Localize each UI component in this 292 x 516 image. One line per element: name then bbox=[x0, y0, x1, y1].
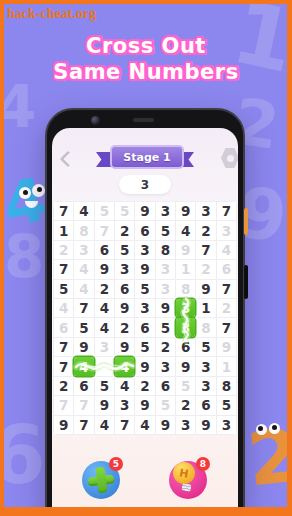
number-grid-wrap: 7455939371872654232365389747493931265426… bbox=[53, 201, 237, 435]
grid-cell[interactable]: 3 bbox=[156, 260, 175, 278]
earpiece-speaker bbox=[133, 118, 154, 122]
grid-cell[interactable]: 9 bbox=[196, 416, 215, 434]
grid-cell[interactable]: 7 bbox=[74, 396, 93, 414]
grid-cell[interactable]: 9 bbox=[135, 357, 154, 375]
grid-cell[interactable]: 3 bbox=[196, 202, 215, 220]
grid-cell[interactable]: 5 bbox=[115, 241, 134, 259]
grid-cell[interactable]: 7 bbox=[115, 416, 134, 434]
grid-cell[interactable]: 3 bbox=[115, 396, 134, 414]
grid-cell[interactable]: 9 bbox=[135, 396, 154, 414]
grid-cell[interactable]: 3 bbox=[74, 241, 93, 259]
grid-cell[interactable]: 4 bbox=[95, 299, 114, 317]
eye-icon bbox=[32, 184, 45, 197]
grid-cell[interactable]: 3 bbox=[217, 221, 236, 239]
grid-cell[interactable]: 4 bbox=[135, 416, 154, 434]
lightbulb-base bbox=[181, 483, 191, 491]
grid-cell[interactable]: 5 bbox=[74, 318, 93, 336]
grid-cell[interactable]: 7 bbox=[54, 202, 73, 220]
front-camera-icon bbox=[91, 116, 100, 125]
grid-cell[interactable]: 2 bbox=[115, 318, 134, 336]
phone-mockup: Stage 1 3 745593937187265423236538974749… bbox=[45, 108, 245, 516]
grid-cell[interactable]: 3 bbox=[95, 338, 114, 356]
grid-cell[interactable]: 9 bbox=[95, 396, 114, 414]
grid-cell[interactable]: 2 bbox=[156, 338, 175, 356]
grid-cell[interactable]: 3 bbox=[156, 202, 175, 220]
grid-cell[interactable]: 4 bbox=[74, 280, 93, 298]
background-numeral: 4 bbox=[0, 78, 36, 136]
grid-cell[interactable]: 5 bbox=[135, 338, 154, 356]
stage-label: Stage 1 bbox=[110, 145, 184, 169]
grid-cell[interactable]: 9 bbox=[217, 338, 236, 356]
grid-cell[interactable]: 6 bbox=[176, 338, 195, 356]
grid-cell[interactable]: 5 bbox=[54, 280, 73, 298]
game-screen: Stage 1 3 745593937187265423236538974749… bbox=[52, 128, 238, 516]
blue-four-character: 4 bbox=[4, 170, 48, 266]
grid-cell[interactable]: 1 bbox=[196, 299, 215, 317]
grid-cell[interactable]: 4 bbox=[115, 377, 134, 395]
grid-cell[interactable] bbox=[95, 357, 114, 375]
watermark-hack-cheat-org: hack-cheat.org bbox=[7, 6, 96, 22]
grid-cell[interactable]: 9 bbox=[156, 299, 175, 317]
grid-cell[interactable]: 7 bbox=[74, 416, 93, 434]
grid-cell[interactable]: 5 bbox=[95, 202, 114, 220]
grid-cell[interactable]: 8 bbox=[176, 280, 195, 298]
grid-cell[interactable]: 3 bbox=[217, 416, 236, 434]
grid-cell[interactable]: 6 bbox=[156, 377, 175, 395]
grid-cell[interactable]: 7 bbox=[217, 318, 236, 336]
grid-cell[interactable]: 6 bbox=[135, 221, 154, 239]
grid-cell[interactable]: 3 bbox=[176, 299, 195, 317]
app-root: 142896 hack-cheat.org Cross Out Same Num… bbox=[0, 0, 292, 516]
grid-cell[interactable]: 3 bbox=[176, 318, 195, 336]
grid-cell[interactable]: 2 bbox=[196, 260, 215, 278]
grid-cell[interactable]: 8 bbox=[156, 241, 175, 259]
grid-cell[interactable]: 5 bbox=[176, 377, 195, 395]
eye-icon bbox=[269, 423, 280, 434]
hint-count-badge: 8 bbox=[196, 457, 210, 471]
grid-cell[interactable]: 5 bbox=[156, 221, 175, 239]
grid-cell[interactable]: 7 bbox=[54, 396, 73, 414]
power-button bbox=[244, 208, 248, 235]
eye-icon bbox=[256, 424, 267, 435]
grid-cell[interactable]: 2 bbox=[217, 299, 236, 317]
grid-cell[interactable]: 4 bbox=[95, 416, 114, 434]
background-numeral: 6 bbox=[0, 416, 46, 496]
grid-cell[interactable]: 3 bbox=[196, 377, 215, 395]
grid-cell[interactable]: 3 bbox=[115, 260, 134, 278]
grid-cell[interactable]: 9 bbox=[115, 299, 134, 317]
grid-cell[interactable]: 2 bbox=[135, 377, 154, 395]
grid-cell[interactable]: 3 bbox=[196, 357, 215, 375]
grid-cell[interactable]: 4 bbox=[115, 357, 134, 375]
orange-two-character: 2 bbox=[246, 416, 292, 516]
grid-cell[interactable]: 7 bbox=[196, 241, 215, 259]
grid-cell[interactable]: 2 bbox=[115, 221, 134, 239]
grid-cell[interactable]: 6 bbox=[135, 318, 154, 336]
volume-button bbox=[244, 265, 248, 299]
grid-cell[interactable]: 5 bbox=[135, 280, 154, 298]
grid-cell[interactable]: 7 bbox=[54, 260, 73, 278]
title-line-1: Cross Out bbox=[0, 33, 292, 59]
grid-cell[interactable]: 9 bbox=[196, 280, 215, 298]
grid-cell[interactable]: 8 bbox=[196, 318, 215, 336]
add-count-badge: 5 bbox=[109, 457, 123, 471]
grid-cell[interactable]: 1 bbox=[54, 221, 73, 239]
grid-cell[interactable]: 9 bbox=[95, 260, 114, 278]
grid-cell[interactable]: 3 bbox=[135, 299, 154, 317]
grid-cell[interactable]: 7 bbox=[95, 221, 114, 239]
grid-cell[interactable]: 5 bbox=[156, 318, 175, 336]
grid-cell[interactable]: 2 bbox=[176, 396, 195, 414]
grid-cell[interactable]: 4 bbox=[95, 318, 114, 336]
grid-cell[interactable]: 9 bbox=[176, 357, 195, 375]
grid-cell[interactable]: 7 bbox=[54, 338, 73, 356]
grid-cell[interactable]: 9 bbox=[115, 338, 134, 356]
grid-cell[interactable]: 6 bbox=[54, 318, 73, 336]
grid-cell[interactable]: 2 bbox=[54, 377, 73, 395]
grid-cell[interactable]: 4 bbox=[54, 299, 73, 317]
grid-cell[interactable]: 7 bbox=[54, 357, 73, 375]
grid-cell[interactable]: 1 bbox=[217, 357, 236, 375]
grid-cell[interactable]: 6 bbox=[217, 260, 236, 278]
grid-cell[interactable]: 5 bbox=[196, 338, 215, 356]
grid-cell[interactable]: 5 bbox=[95, 377, 114, 395]
grid-cell[interactable]: 6 bbox=[115, 280, 134, 298]
grid-cell[interactable]: 9 bbox=[156, 416, 175, 434]
grid-cell[interactable]: 4 bbox=[176, 221, 195, 239]
hint-button[interactable]: H 8 bbox=[169, 461, 207, 499]
grid-cell[interactable]: 3 bbox=[135, 241, 154, 259]
grid-cell[interactable]: 9 bbox=[176, 241, 195, 259]
page-title: Cross Out Same Numbers bbox=[0, 33, 292, 85]
grid-cell[interactable]: 4 bbox=[74, 357, 93, 375]
grid-cell[interactable]: 9 bbox=[54, 416, 73, 434]
grid-cell[interactable]: 9 bbox=[74, 338, 93, 356]
grid-cell[interactable]: 6 bbox=[196, 396, 215, 414]
grid-cell[interactable]: 9 bbox=[176, 202, 195, 220]
grid-cell[interactable]: 7 bbox=[74, 299, 93, 317]
title-line-2: Same Numbers bbox=[0, 59, 292, 85]
gear-hole bbox=[227, 155, 234, 162]
stage-banner: Stage 1 bbox=[52, 143, 238, 173]
target-count-pill: 3 bbox=[119, 175, 171, 194]
grid-cell[interactable]: 7 bbox=[217, 280, 236, 298]
eye-icon bbox=[19, 187, 31, 199]
grid-cell[interactable]: 4 bbox=[74, 260, 93, 278]
grid-cell[interactable]: 9 bbox=[135, 202, 154, 220]
grid-cell[interactable]: 5 bbox=[156, 396, 175, 414]
grid-cell[interactable]: 2 bbox=[196, 221, 215, 239]
grid-cell[interactable]: 5 bbox=[217, 396, 236, 414]
grid-cell[interactable]: 8 bbox=[74, 221, 93, 239]
grid-cell[interactable]: 8 bbox=[217, 377, 236, 395]
grid-cell[interactable]: 4 bbox=[74, 202, 93, 220]
grid-cell[interactable]: 7 bbox=[217, 202, 236, 220]
grid-cell[interactable]: 6 bbox=[74, 377, 93, 395]
grid-cell[interactable]: 2 bbox=[95, 280, 114, 298]
add-numbers-button[interactable]: 5 bbox=[82, 461, 120, 499]
grid-cell[interactable]: 9 bbox=[135, 260, 154, 278]
grid-cell[interactable]: 5 bbox=[115, 202, 134, 220]
grid-cell[interactable]: 3 bbox=[156, 357, 175, 375]
grid-cell[interactable]: 1 bbox=[176, 260, 195, 278]
grid-cell[interactable]: 6 bbox=[95, 241, 114, 259]
lightbulb-icon: H bbox=[171, 460, 196, 485]
grid-cell[interactable]: 2 bbox=[54, 241, 73, 259]
grid-cell[interactable]: 3 bbox=[156, 280, 175, 298]
grid-cell[interactable]: 3 bbox=[176, 416, 195, 434]
grid-cell[interactable]: 4 bbox=[217, 241, 236, 259]
number-grid: 7455939371872654232365389747493931265426… bbox=[53, 201, 237, 435]
plus-icon bbox=[87, 466, 116, 495]
